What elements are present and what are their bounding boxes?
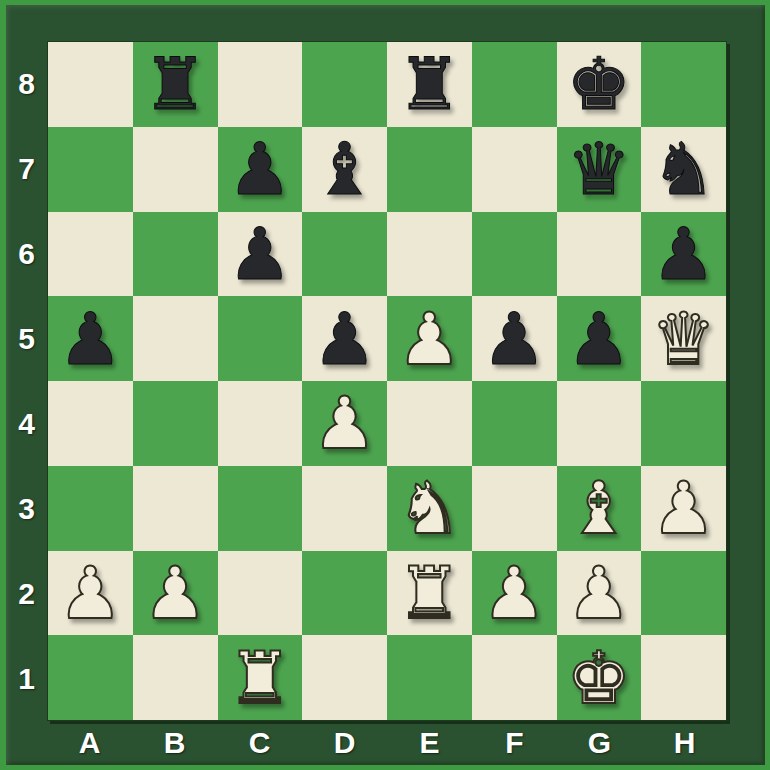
square-c6[interactable]: ♟ [218,212,303,297]
piece-white-rook: ♜ [228,642,293,714]
piece-white-pawn: ♟ [651,472,716,544]
file-label-b: B [132,721,217,765]
square-f6[interactable] [472,212,557,297]
piece-black-knight: ♞ [651,133,716,205]
square-a1[interactable] [48,635,133,720]
square-d1[interactable] [302,635,387,720]
square-g8[interactable]: ♚ [557,42,642,127]
rank-label-3: 3 [6,466,47,551]
piece-white-pawn: ♟ [397,303,462,375]
square-g1[interactable]: ♚ [557,635,642,720]
piece-black-pawn: ♟ [312,303,377,375]
piece-black-pawn: ♟ [651,218,716,290]
square-f3[interactable] [472,466,557,551]
square-g2[interactable]: ♟ [557,551,642,636]
square-a4[interactable] [48,381,133,466]
square-e3[interactable]: ♞ [387,466,472,551]
board: ♜♜♚♟♝♛♞♟♟♟♟♟♟♟♛♟♞♝♟♟♟♜♟♟♜♚ [47,41,727,721]
square-d2[interactable] [302,551,387,636]
square-h2[interactable] [641,551,726,636]
chess-app-window: { "game": "chess", "position": { "fen": … [0,0,770,770]
piece-white-knight: ♞ [397,472,462,544]
rank-label-1: 1 [6,636,47,721]
piece-white-rook: ♜ [397,557,462,629]
file-label-d: D [302,721,387,765]
square-e2[interactable]: ♜ [387,551,472,636]
piece-white-king: ♚ [567,642,632,714]
square-h4[interactable] [641,381,726,466]
square-a2[interactable]: ♟ [48,551,133,636]
square-e6[interactable] [387,212,472,297]
square-d5[interactable]: ♟ [302,296,387,381]
square-a7[interactable] [48,127,133,212]
square-c4[interactable] [218,381,303,466]
rank-label-2: 2 [6,551,47,636]
piece-black-king: ♚ [567,48,632,120]
square-e7[interactable] [387,127,472,212]
file-label-c: C [217,721,302,765]
rank-label-5: 5 [6,296,47,381]
square-b6[interactable] [133,212,218,297]
square-b1[interactable] [133,635,218,720]
piece-black-rook: ♜ [143,48,208,120]
square-b7[interactable] [133,127,218,212]
square-h7[interactable]: ♞ [641,127,726,212]
square-g6[interactable] [557,212,642,297]
rank-label-4: 4 [6,381,47,466]
square-h5[interactable]: ♛ [641,296,726,381]
piece-white-queen: ♛ [651,303,716,375]
piece-black-bishop: ♝ [312,133,377,205]
file-label-f: F [472,721,557,765]
square-e1[interactable] [387,635,472,720]
square-c3[interactable] [218,466,303,551]
square-b8[interactable]: ♜ [133,42,218,127]
piece-white-pawn: ♟ [482,557,547,629]
square-d7[interactable]: ♝ [302,127,387,212]
square-g5[interactable]: ♟ [557,296,642,381]
piece-white-bishop: ♝ [567,472,632,544]
square-h3[interactable]: ♟ [641,466,726,551]
piece-white-pawn: ♟ [312,387,377,459]
file-labels: ABCDEFGH [47,721,727,765]
square-f2[interactable]: ♟ [472,551,557,636]
piece-black-pawn: ♟ [228,218,293,290]
square-d8[interactable] [302,42,387,127]
square-g3[interactable]: ♝ [557,466,642,551]
file-label-h: H [642,721,727,765]
square-f5[interactable]: ♟ [472,296,557,381]
piece-white-pawn: ♟ [567,557,632,629]
piece-black-pawn: ♟ [567,303,632,375]
square-c7[interactable]: ♟ [218,127,303,212]
square-a5[interactable]: ♟ [48,296,133,381]
square-a3[interactable] [48,466,133,551]
square-h6[interactable]: ♟ [641,212,726,297]
square-c8[interactable] [218,42,303,127]
square-h1[interactable] [641,635,726,720]
square-e5[interactable]: ♟ [387,296,472,381]
file-label-a: A [47,721,132,765]
square-c2[interactable] [218,551,303,636]
square-f8[interactable] [472,42,557,127]
square-d4[interactable]: ♟ [302,381,387,466]
square-b2[interactable]: ♟ [133,551,218,636]
piece-white-pawn: ♟ [58,557,123,629]
file-label-e: E [387,721,472,765]
square-b4[interactable] [133,381,218,466]
square-f4[interactable] [472,381,557,466]
square-a8[interactable] [48,42,133,127]
piece-black-pawn: ♟ [228,133,293,205]
square-e4[interactable] [387,381,472,466]
rank-label-6: 6 [6,211,47,296]
piece-white-pawn: ♟ [143,557,208,629]
square-b3[interactable] [133,466,218,551]
square-d3[interactable] [302,466,387,551]
file-label-g: G [557,721,642,765]
piece-black-pawn: ♟ [58,303,123,375]
square-f7[interactable] [472,127,557,212]
piece-black-rook: ♜ [397,48,462,120]
rank-label-8: 8 [6,41,47,126]
square-f1[interactable] [472,635,557,720]
square-g7[interactable]: ♛ [557,127,642,212]
piece-black-queen: ♛ [567,133,632,205]
square-d6[interactable] [302,212,387,297]
piece-black-pawn: ♟ [482,303,547,375]
rank-label-7: 7 [6,126,47,211]
rank-labels: 87654321 [6,41,47,721]
square-c5[interactable] [218,296,303,381]
square-e8[interactable]: ♜ [387,42,472,127]
square-h8[interactable] [641,42,726,127]
square-g4[interactable] [557,381,642,466]
square-b5[interactable] [133,296,218,381]
square-c1[interactable]: ♜ [218,635,303,720]
square-a6[interactable] [48,212,133,297]
